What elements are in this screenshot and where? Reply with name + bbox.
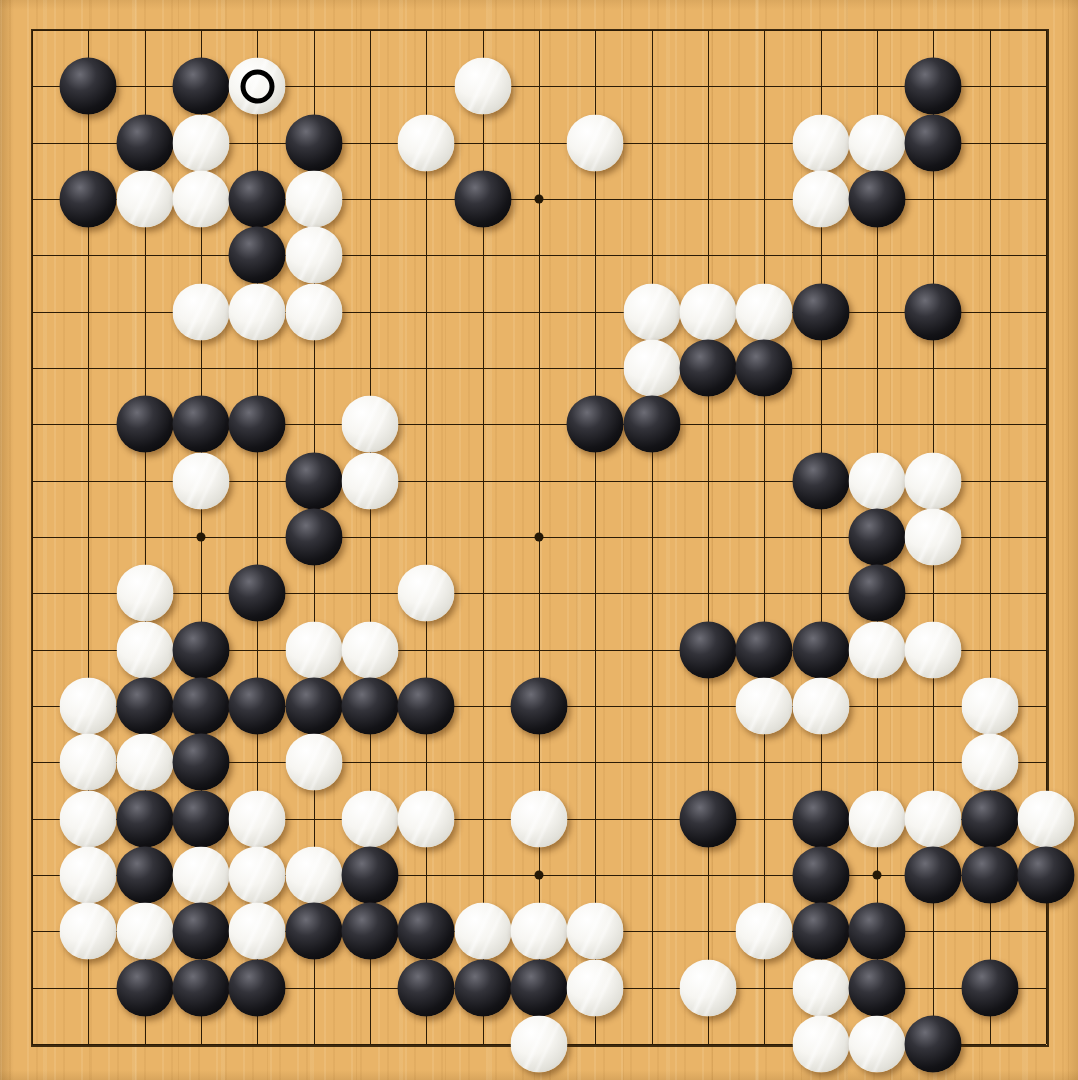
intersection[interactable] <box>1018 903 1074 959</box>
intersection[interactable] <box>567 396 623 452</box>
intersection[interactable] <box>567 1016 623 1072</box>
intersection[interactable] <box>849 509 905 565</box>
intersection[interactable] <box>398 340 454 396</box>
intersection[interactable] <box>905 678 961 734</box>
intersection[interactable] <box>116 903 172 959</box>
intersection[interactable] <box>4 959 60 1015</box>
intersection[interactable] <box>680 959 736 1015</box>
intersection[interactable] <box>60 396 116 452</box>
intersection[interactable] <box>792 227 848 283</box>
intersection[interactable] <box>60 340 116 396</box>
intersection[interactable] <box>4 734 60 790</box>
intersection[interactable] <box>905 734 961 790</box>
intersection[interactable] <box>4 1016 60 1072</box>
intersection[interactable] <box>285 171 341 227</box>
intersection[interactable] <box>567 847 623 903</box>
intersection[interactable] <box>736 565 792 621</box>
intersection[interactable] <box>961 903 1017 959</box>
intersection[interactable] <box>849 340 905 396</box>
intersection[interactable] <box>792 678 848 734</box>
intersection[interactable] <box>4 509 60 565</box>
intersection[interactable] <box>792 734 848 790</box>
intersection[interactable] <box>60 734 116 790</box>
intersection[interactable] <box>60 58 116 114</box>
intersection[interactable] <box>4 340 60 396</box>
intersection[interactable] <box>229 227 285 283</box>
intersection[interactable] <box>229 58 285 114</box>
intersection[interactable] <box>398 734 454 790</box>
intersection[interactable] <box>116 171 172 227</box>
intersection[interactable] <box>285 565 341 621</box>
intersection[interactable] <box>849 58 905 114</box>
intersection[interactable] <box>849 790 905 846</box>
intersection[interactable] <box>173 790 229 846</box>
intersection[interactable] <box>1018 58 1074 114</box>
intersection[interactable] <box>454 509 510 565</box>
intersection[interactable] <box>229 114 285 170</box>
intersection[interactable] <box>60 790 116 846</box>
intersection[interactable] <box>511 58 567 114</box>
intersection[interactable] <box>229 283 285 339</box>
intersection[interactable] <box>792 396 848 452</box>
intersection[interactable] <box>623 340 679 396</box>
intersection[interactable] <box>905 171 961 227</box>
intersection[interactable] <box>736 396 792 452</box>
intersection[interactable] <box>60 903 116 959</box>
intersection[interactable] <box>285 1016 341 1072</box>
intersection[interactable] <box>1018 565 1074 621</box>
intersection[interactable] <box>511 790 567 846</box>
intersection[interactable] <box>511 903 567 959</box>
intersection[interactable] <box>849 621 905 677</box>
intersection[interactable] <box>961 452 1017 508</box>
intersection[interactable] <box>511 2 567 58</box>
intersection[interactable] <box>342 903 398 959</box>
intersection[interactable] <box>342 621 398 677</box>
intersection[interactable] <box>567 452 623 508</box>
intersection[interactable] <box>511 621 567 677</box>
intersection[interactable] <box>511 396 567 452</box>
intersection[interactable] <box>680 621 736 677</box>
intersection[interactable] <box>961 283 1017 339</box>
intersection[interactable] <box>623 58 679 114</box>
intersection[interactable] <box>849 678 905 734</box>
intersection[interactable] <box>567 790 623 846</box>
intersection[interactable] <box>905 903 961 959</box>
intersection[interactable] <box>285 452 341 508</box>
intersection[interactable] <box>229 396 285 452</box>
intersection[interactable] <box>961 565 1017 621</box>
intersection[interactable] <box>4 58 60 114</box>
intersection[interactable] <box>792 171 848 227</box>
intersection[interactable] <box>792 790 848 846</box>
intersection[interactable] <box>342 1016 398 1072</box>
intersection[interactable] <box>792 903 848 959</box>
intersection[interactable] <box>4 396 60 452</box>
intersection[interactable] <box>736 959 792 1015</box>
intersection[interactable] <box>511 678 567 734</box>
intersection[interactable] <box>680 847 736 903</box>
intersection[interactable] <box>1018 340 1074 396</box>
intersection[interactable] <box>454 283 510 339</box>
intersection[interactable] <box>849 565 905 621</box>
intersection[interactable] <box>905 227 961 283</box>
intersection[interactable] <box>849 1016 905 1072</box>
intersection[interactable] <box>173 959 229 1015</box>
intersection[interactable] <box>342 2 398 58</box>
intersection[interactable] <box>173 565 229 621</box>
intersection[interactable] <box>116 340 172 396</box>
intersection[interactable] <box>60 452 116 508</box>
intersection[interactable] <box>567 565 623 621</box>
intersection[interactable] <box>736 452 792 508</box>
intersection[interactable] <box>792 58 848 114</box>
intersection[interactable] <box>849 903 905 959</box>
intersection[interactable] <box>511 959 567 1015</box>
intersection[interactable] <box>567 227 623 283</box>
intersection[interactable] <box>680 565 736 621</box>
intersection[interactable] <box>905 1016 961 1072</box>
intersection[interactable] <box>229 621 285 677</box>
intersection[interactable] <box>792 565 848 621</box>
intersection[interactable] <box>342 396 398 452</box>
intersection[interactable] <box>905 340 961 396</box>
intersection[interactable] <box>398 58 454 114</box>
intersection[interactable] <box>849 734 905 790</box>
intersection[interactable] <box>1018 227 1074 283</box>
intersection[interactable] <box>116 509 172 565</box>
intersection[interactable] <box>398 678 454 734</box>
intersection[interactable] <box>680 790 736 846</box>
intersection[interactable] <box>1018 396 1074 452</box>
intersection[interactable] <box>60 678 116 734</box>
intersection[interactable] <box>285 283 341 339</box>
intersection[interactable] <box>173 114 229 170</box>
intersection[interactable] <box>229 959 285 1015</box>
intersection[interactable] <box>961 959 1017 1015</box>
intersection[interactable] <box>680 452 736 508</box>
intersection[interactable] <box>792 509 848 565</box>
intersection[interactable] <box>961 847 1017 903</box>
intersection[interactable] <box>285 903 341 959</box>
intersection[interactable] <box>905 790 961 846</box>
intersection[interactable] <box>229 565 285 621</box>
intersection[interactable] <box>680 2 736 58</box>
intersection[interactable] <box>342 847 398 903</box>
intersection[interactable] <box>116 58 172 114</box>
intersection[interactable] <box>905 509 961 565</box>
intersection[interactable] <box>680 396 736 452</box>
intersection[interactable] <box>961 58 1017 114</box>
intersection[interactable] <box>849 2 905 58</box>
intersection[interactable] <box>1018 1016 1074 1072</box>
intersection[interactable] <box>454 340 510 396</box>
intersection[interactable] <box>173 847 229 903</box>
intersection[interactable] <box>229 2 285 58</box>
intersection[interactable] <box>398 621 454 677</box>
intersection[interactable] <box>623 2 679 58</box>
intersection[interactable] <box>623 903 679 959</box>
intersection[interactable] <box>342 452 398 508</box>
intersection[interactable] <box>4 565 60 621</box>
intersection[interactable] <box>229 509 285 565</box>
intersection[interactable] <box>567 58 623 114</box>
intersection[interactable] <box>961 2 1017 58</box>
intersection[interactable] <box>4 227 60 283</box>
intersection[interactable] <box>511 171 567 227</box>
intersection[interactable] <box>961 396 1017 452</box>
intersection[interactable] <box>961 1016 1017 1072</box>
intersection[interactable] <box>511 283 567 339</box>
intersection[interactable] <box>60 171 116 227</box>
intersection[interactable] <box>1018 734 1074 790</box>
intersection[interactable] <box>1018 452 1074 508</box>
intersection[interactable] <box>173 58 229 114</box>
intersection[interactable] <box>736 678 792 734</box>
intersection[interactable] <box>116 678 172 734</box>
intersection[interactable] <box>567 340 623 396</box>
intersection[interactable] <box>4 847 60 903</box>
intersection[interactable] <box>680 171 736 227</box>
intersection[interactable] <box>116 959 172 1015</box>
intersection[interactable] <box>398 283 454 339</box>
intersection[interactable] <box>623 734 679 790</box>
intersection[interactable] <box>173 227 229 283</box>
intersection[interactable] <box>60 227 116 283</box>
intersection[interactable] <box>567 2 623 58</box>
intersection[interactable] <box>792 847 848 903</box>
intersection[interactable] <box>511 452 567 508</box>
intersection[interactable] <box>1018 2 1074 58</box>
intersection[interactable] <box>905 114 961 170</box>
intersection[interactable] <box>961 734 1017 790</box>
intersection[interactable] <box>736 621 792 677</box>
intersection[interactable] <box>567 734 623 790</box>
intersection[interactable] <box>285 2 341 58</box>
intersection[interactable] <box>567 114 623 170</box>
intersection[interactable] <box>116 114 172 170</box>
intersection[interactable] <box>4 283 60 339</box>
intersection[interactable] <box>285 340 341 396</box>
intersection[interactable] <box>623 452 679 508</box>
intersection[interactable] <box>342 58 398 114</box>
intersection[interactable] <box>736 171 792 227</box>
intersection[interactable] <box>905 847 961 903</box>
intersection[interactable] <box>454 678 510 734</box>
intersection[interactable] <box>905 58 961 114</box>
intersection[interactable] <box>680 509 736 565</box>
intersection[interactable] <box>60 2 116 58</box>
intersection[interactable] <box>849 114 905 170</box>
intersection[interactable] <box>680 340 736 396</box>
intersection[interactable] <box>454 227 510 283</box>
intersection[interactable] <box>623 396 679 452</box>
intersection[interactable] <box>511 1016 567 1072</box>
intersection[interactable] <box>60 283 116 339</box>
intersection[interactable] <box>680 227 736 283</box>
intersection[interactable] <box>173 283 229 339</box>
intersection[interactable] <box>116 790 172 846</box>
intersection[interactable] <box>60 1016 116 1072</box>
intersection[interactable] <box>342 509 398 565</box>
intersection[interactable] <box>173 452 229 508</box>
intersection[interactable] <box>736 734 792 790</box>
intersection[interactable] <box>736 903 792 959</box>
intersection[interactable] <box>680 114 736 170</box>
intersection[interactable] <box>342 959 398 1015</box>
intersection[interactable] <box>567 959 623 1015</box>
intersection[interactable] <box>623 847 679 903</box>
intersection[interactable] <box>398 509 454 565</box>
intersection[interactable] <box>623 790 679 846</box>
intersection[interactable] <box>905 959 961 1015</box>
intersection[interactable] <box>285 678 341 734</box>
intersection[interactable] <box>173 2 229 58</box>
intersection[interactable] <box>1018 283 1074 339</box>
intersection[interactable] <box>736 509 792 565</box>
intersection[interactable] <box>342 171 398 227</box>
intersection[interactable] <box>1018 621 1074 677</box>
intersection[interactable] <box>398 171 454 227</box>
intersection[interactable] <box>116 1016 172 1072</box>
intersection[interactable] <box>342 678 398 734</box>
intersection[interactable] <box>849 959 905 1015</box>
intersection[interactable] <box>398 2 454 58</box>
intersection[interactable] <box>342 565 398 621</box>
intersection[interactable] <box>905 621 961 677</box>
intersection[interactable] <box>398 847 454 903</box>
intersection[interactable] <box>849 452 905 508</box>
intersection[interactable] <box>398 959 454 1015</box>
intersection[interactable] <box>623 621 679 677</box>
intersection[interactable] <box>4 452 60 508</box>
intersection[interactable] <box>961 621 1017 677</box>
intersection[interactable] <box>792 2 848 58</box>
intersection[interactable] <box>736 2 792 58</box>
intersection[interactable] <box>623 171 679 227</box>
intersection[interactable] <box>1018 790 1074 846</box>
intersection[interactable] <box>454 903 510 959</box>
intersection[interactable] <box>1018 959 1074 1015</box>
intersection[interactable] <box>285 621 341 677</box>
intersection[interactable] <box>792 959 848 1015</box>
intersection[interactable] <box>567 903 623 959</box>
intersection[interactable] <box>229 734 285 790</box>
intersection[interactable] <box>567 621 623 677</box>
intersection[interactable] <box>116 2 172 58</box>
intersection[interactable] <box>623 114 679 170</box>
intersection[interactable] <box>229 790 285 846</box>
intersection[interactable] <box>736 283 792 339</box>
intersection[interactable] <box>623 565 679 621</box>
intersection[interactable] <box>229 340 285 396</box>
intersection[interactable] <box>849 171 905 227</box>
intersection[interactable] <box>60 114 116 170</box>
intersection[interactable] <box>116 283 172 339</box>
intersection[interactable] <box>511 509 567 565</box>
intersection[interactable] <box>623 678 679 734</box>
intersection[interactable] <box>454 621 510 677</box>
intersection[interactable] <box>342 114 398 170</box>
intersection[interactable] <box>849 847 905 903</box>
intersection[interactable] <box>342 283 398 339</box>
intersection[interactable] <box>905 283 961 339</box>
intersection[interactable] <box>342 227 398 283</box>
intersection[interactable] <box>285 734 341 790</box>
intersection[interactable] <box>60 509 116 565</box>
intersection[interactable] <box>792 1016 848 1072</box>
intersection[interactable] <box>398 227 454 283</box>
intersection[interactable] <box>398 396 454 452</box>
intersection[interactable] <box>285 396 341 452</box>
intersection[interactable] <box>511 565 567 621</box>
intersection[interactable] <box>285 959 341 1015</box>
intersection[interactable] <box>567 171 623 227</box>
intersection[interactable] <box>511 847 567 903</box>
intersection[interactable] <box>342 340 398 396</box>
intersection[interactable] <box>173 678 229 734</box>
intersection[interactable] <box>792 283 848 339</box>
intersection[interactable] <box>454 1016 510 1072</box>
intersection[interactable] <box>454 565 510 621</box>
intersection[interactable] <box>342 734 398 790</box>
intersection[interactable] <box>4 114 60 170</box>
intersection[interactable] <box>736 847 792 903</box>
intersection[interactable] <box>905 452 961 508</box>
intersection[interactable] <box>454 734 510 790</box>
intersection[interactable] <box>792 621 848 677</box>
intersection[interactable] <box>4 171 60 227</box>
intersection[interactable] <box>511 340 567 396</box>
intersection[interactable] <box>398 114 454 170</box>
intersection[interactable] <box>454 959 510 1015</box>
intersection[interactable] <box>398 1016 454 1072</box>
intersection[interactable] <box>454 2 510 58</box>
intersection[interactable] <box>849 283 905 339</box>
intersection[interactable] <box>511 227 567 283</box>
intersection[interactable] <box>567 678 623 734</box>
intersection[interactable] <box>4 790 60 846</box>
intersection[interactable] <box>623 283 679 339</box>
intersection[interactable] <box>285 509 341 565</box>
intersection[interactable] <box>116 621 172 677</box>
intersection[interactable] <box>849 227 905 283</box>
intersection[interactable] <box>905 565 961 621</box>
intersection[interactable] <box>736 790 792 846</box>
intersection[interactable] <box>229 903 285 959</box>
intersection[interactable] <box>567 283 623 339</box>
intersection[interactable] <box>229 452 285 508</box>
intersection[interactable] <box>285 58 341 114</box>
intersection[interactable] <box>623 509 679 565</box>
intersection[interactable] <box>173 509 229 565</box>
intersection[interactable] <box>961 171 1017 227</box>
intersection[interactable] <box>173 171 229 227</box>
intersection[interactable] <box>1018 171 1074 227</box>
intersection[interactable] <box>792 340 848 396</box>
intersection[interactable] <box>849 396 905 452</box>
intersection[interactable] <box>173 734 229 790</box>
intersection[interactable] <box>398 790 454 846</box>
intersection[interactable] <box>680 58 736 114</box>
intersection[interactable] <box>229 678 285 734</box>
intersection[interactable] <box>961 678 1017 734</box>
intersection[interactable] <box>680 903 736 959</box>
intersection[interactable] <box>229 847 285 903</box>
intersection[interactable] <box>1018 678 1074 734</box>
intersection[interactable] <box>454 171 510 227</box>
intersection[interactable] <box>285 790 341 846</box>
